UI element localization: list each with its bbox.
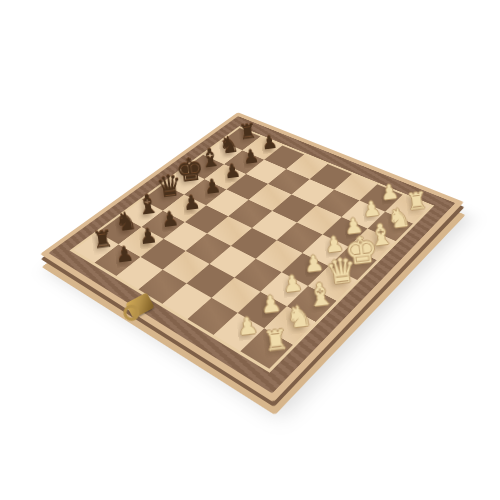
piece-black-pawn: ♟	[202, 176, 221, 197]
piece-white-pawn: ♟	[380, 181, 400, 203]
piece-white-pawn: ♟	[303, 252, 325, 276]
piece-black-knight: ♞	[113, 208, 138, 235]
piece-white-knight: ♞	[284, 301, 313, 333]
product-photo-canvas: ♜♞♝♛♚♝♞♜♟♟♟♟♟♟♟♟♟♟♟♟♟♟♟♟♜♞♝♛♚♝♞♜	[0, 0, 500, 500]
piece-black-rook: ♜	[237, 121, 257, 143]
square-e3	[277, 223, 323, 253]
piece-white-pawn: ♟	[282, 271, 304, 295]
piece-black-rook: ♜	[91, 228, 114, 254]
piece-white-pawn: ♟	[259, 292, 282, 317]
piece-black-pawn: ♟	[260, 132, 278, 152]
piece-black-pawn: ♟	[182, 192, 202, 213]
piece-black-pawn: ♟	[242, 146, 260, 166]
piece-black-knight: ♞	[218, 133, 241, 158]
piece-white-rook: ♜	[262, 326, 290, 356]
piece-black-pawn: ♟	[137, 225, 157, 247]
piece-black-pawn: ♟	[114, 243, 135, 266]
piece-white-pawn: ♟	[236, 313, 259, 338]
piece-black-pawn: ♟	[222, 161, 241, 181]
piece-black-pawn: ♟	[160, 208, 180, 230]
piece-white-pawn: ♟	[362, 198, 382, 220]
chessboard: ♜♞♝♛♚♝♞♜♟♟♟♟♟♟♟♟♟♟♟♟♟♟♟♟♜♞♝♛♚♝♞♜	[40, 112, 464, 402]
board-grid: ♜♞♝♛♚♝♞♜♟♟♟♟♟♟♟♟♟♟♟♟♟♟♟♟♜♞♝♛♚♝♞♜	[74, 128, 431, 369]
piece-black-bishop: ♝	[135, 190, 161, 219]
